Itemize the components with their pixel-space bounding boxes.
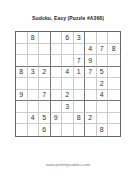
cell-r7c1	[16, 101, 28, 113]
cell-r6c7	[85, 90, 97, 102]
cell-r6c4	[51, 90, 63, 102]
cell-r2c6	[74, 44, 86, 56]
cell-r4c7: 7	[85, 67, 97, 79]
cell-r8c2: 4	[28, 113, 40, 125]
cell-r3c6: 7	[74, 55, 86, 67]
cell-r8c9	[108, 113, 120, 125]
cell-r3c9	[108, 55, 120, 67]
cell-r7c6	[74, 101, 86, 113]
cell-r3c8	[97, 55, 109, 67]
cell-r3c5	[62, 55, 74, 67]
cell-r2c4	[51, 44, 63, 56]
cell-r2c1	[16, 44, 28, 56]
cell-r8c3: 5	[39, 113, 51, 125]
cell-r9c6	[74, 124, 86, 136]
cell-r5c8: 2	[97, 78, 109, 90]
cell-r1c7	[85, 32, 97, 44]
cell-r1c5: 6	[62, 32, 74, 44]
sudoku-grid: 8634787983241752972434598268	[15, 31, 121, 137]
cell-r1c1	[16, 32, 28, 44]
cell-r2c8: 7	[97, 44, 109, 56]
cell-r4c2: 3	[28, 67, 40, 79]
cell-r9c9	[108, 124, 120, 136]
cell-r6c3: 7	[39, 90, 51, 102]
cell-r5c7	[85, 78, 97, 90]
cell-r9c2	[28, 124, 40, 136]
cell-r2c2	[28, 44, 40, 56]
cell-r6c6	[74, 90, 86, 102]
cell-r5c9	[108, 78, 120, 90]
cell-r8c5	[62, 113, 74, 125]
cell-r8c6: 8	[74, 113, 86, 125]
cell-r5c2	[28, 78, 40, 90]
cell-r1c2: 8	[28, 32, 40, 44]
cell-r8c8	[97, 113, 109, 125]
cell-r2c3	[39, 44, 51, 56]
cell-r6c2	[28, 90, 40, 102]
cell-r4c3: 2	[39, 67, 51, 79]
cell-r6c9	[108, 90, 120, 102]
cell-r4c1: 8	[16, 67, 28, 79]
page-title: Sudoku, Easy (Puzzle #A368)	[0, 15, 136, 21]
cell-r9c8: 8	[97, 124, 109, 136]
cell-r8c4: 9	[51, 113, 63, 125]
cell-r8c1	[16, 113, 28, 125]
cell-r7c7	[85, 101, 97, 113]
cell-r7c3	[39, 101, 51, 113]
cell-r2c9: 8	[108, 44, 120, 56]
cell-r3c4	[51, 55, 63, 67]
cell-r9c7	[85, 124, 97, 136]
cell-r7c8	[97, 101, 109, 113]
cell-r4c9	[108, 67, 120, 79]
cell-r3c7: 9	[85, 55, 97, 67]
cell-r5c4	[51, 78, 63, 90]
cell-r4c5: 4	[62, 67, 74, 79]
cell-r3c3	[39, 55, 51, 67]
cell-r6c1: 9	[16, 90, 28, 102]
cell-r4c4	[51, 67, 63, 79]
cell-r1c6: 3	[74, 32, 86, 44]
cell-r8c7: 2	[85, 113, 97, 125]
cell-r9c1	[16, 124, 28, 136]
cell-r2c7: 4	[85, 44, 97, 56]
cell-r4c6: 1	[74, 67, 86, 79]
cell-r7c2	[28, 101, 40, 113]
cell-r6c5: 2	[62, 90, 74, 102]
cell-r1c8	[97, 32, 109, 44]
cell-r5c1	[16, 78, 28, 90]
cell-r4c8: 5	[97, 67, 109, 79]
cell-r5c6	[74, 78, 86, 90]
cell-r9c5	[62, 124, 74, 136]
cell-r1c3	[39, 32, 51, 44]
cell-r7c9	[108, 101, 120, 113]
cell-r1c4	[51, 32, 63, 44]
sudoku-page: Sudoku, Easy (Puzzle #A368) 863478798324…	[0, 0, 136, 176]
cell-r1c9	[108, 32, 120, 44]
cell-r9c4	[51, 124, 63, 136]
cell-r9c3: 6	[39, 124, 51, 136]
footer-url: www.printmysudoku.com	[0, 162, 136, 167]
cell-r7c4	[51, 101, 63, 113]
cell-r5c3	[39, 78, 51, 90]
cell-r2c5	[62, 44, 74, 56]
cell-r6c8: 4	[97, 90, 109, 102]
cell-r3c1	[16, 55, 28, 67]
cell-r5c5	[62, 78, 74, 90]
cell-r3c2	[28, 55, 40, 67]
cell-r7c5: 3	[62, 101, 74, 113]
